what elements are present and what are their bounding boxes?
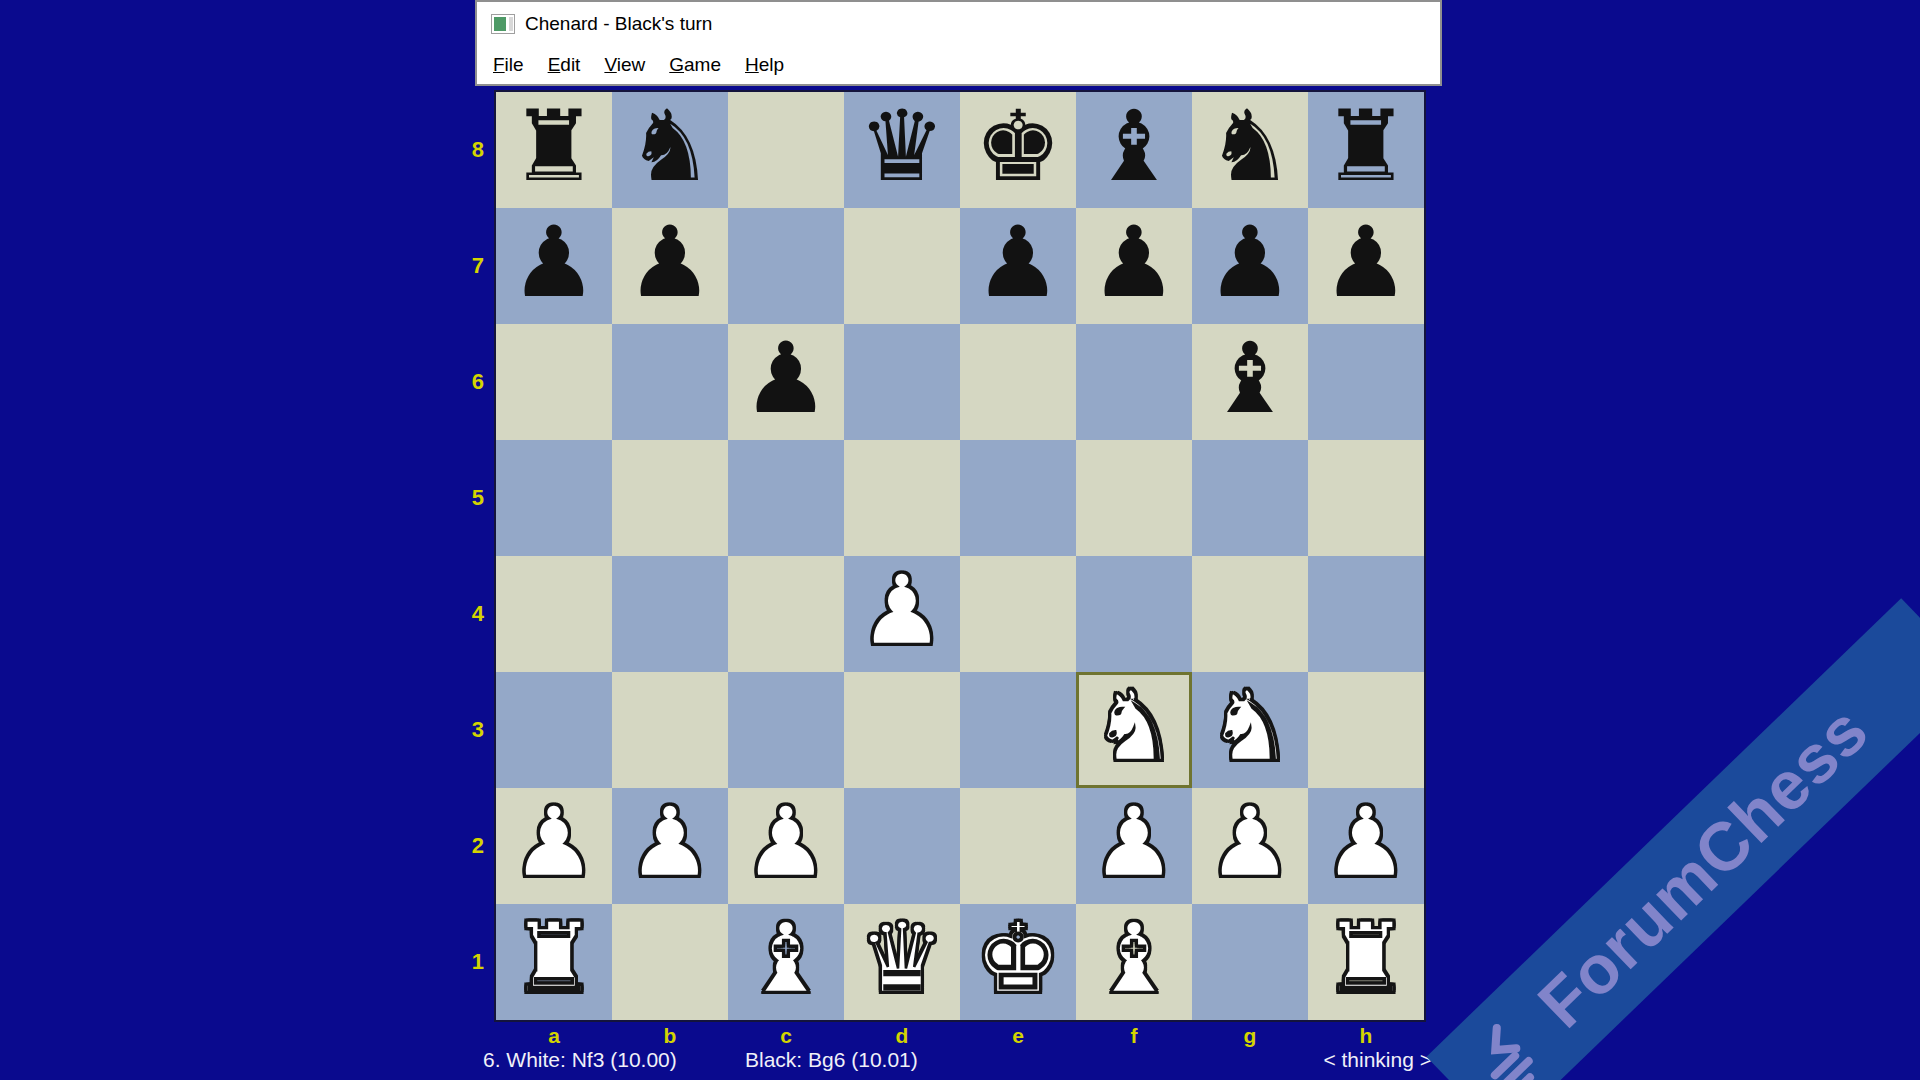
menu-bar: FileEditViewGameHelp [477, 46, 1440, 84]
black-pawn: ♟ [626, 204, 714, 320]
square-a3[interactable] [496, 672, 612, 788]
black-knight: ♞ [1206, 88, 1294, 204]
square-e4[interactable] [960, 556, 1076, 672]
black-pawn: ♟ [1322, 204, 1410, 320]
black-pawn: ♟ [1206, 204, 1294, 320]
white-bishop: ♝ [1090, 900, 1178, 1016]
square-a7[interactable]: ♟ [496, 208, 612, 324]
square-h1[interactable]: ♜ [1308, 904, 1424, 1020]
white-knight: ♞ [1206, 668, 1294, 784]
black-pawn: ♟ [1090, 204, 1178, 320]
black-bishop: ♝ [1090, 88, 1178, 204]
square-f8[interactable]: ♝ [1076, 92, 1192, 208]
square-d6[interactable] [844, 324, 960, 440]
square-e2[interactable] [960, 788, 1076, 904]
file-labels: abcdefgh [496, 1024, 1424, 1048]
white-pawn: ♟ [510, 784, 598, 900]
square-h7[interactable]: ♟ [1308, 208, 1424, 324]
file-label-h: h [1308, 1024, 1424, 1048]
square-f3[interactable]: ♞ [1076, 672, 1192, 788]
black-pawn: ♟ [510, 204, 598, 320]
square-e3[interactable] [960, 672, 1076, 788]
square-b3[interactable] [612, 672, 728, 788]
square-c8[interactable] [728, 92, 844, 208]
square-a4[interactable] [496, 556, 612, 672]
square-d5[interactable] [844, 440, 960, 556]
square-b8[interactable]: ♞ [612, 92, 728, 208]
square-b1[interactable] [612, 904, 728, 1020]
square-f5[interactable] [1076, 440, 1192, 556]
square-h2[interactable]: ♟ [1308, 788, 1424, 904]
white-queen: ♛ [858, 900, 946, 1016]
square-e8[interactable]: ♚ [960, 92, 1076, 208]
black-rook: ♜ [1322, 88, 1410, 204]
square-d7[interactable] [844, 208, 960, 324]
black-rook: ♜ [510, 88, 598, 204]
square-g2[interactable]: ♟ [1192, 788, 1308, 904]
square-h8[interactable]: ♜ [1308, 92, 1424, 208]
white-rook: ♜ [1322, 900, 1410, 1016]
status-black-move: Black: Bg6 (10.01) [745, 1048, 918, 1072]
square-a8[interactable]: ♜ [496, 92, 612, 208]
square-c4[interactable] [728, 556, 844, 672]
square-c5[interactable] [728, 440, 844, 556]
white-pawn: ♟ [858, 552, 946, 668]
rank-label-1: 1 [462, 904, 490, 1020]
rank-label-6: 6 [462, 324, 490, 440]
file-label-e: e [960, 1024, 1076, 1048]
square-d4[interactable]: ♟ [844, 556, 960, 672]
square-g1[interactable] [1192, 904, 1308, 1020]
square-f2[interactable]: ♟ [1076, 788, 1192, 904]
square-a2[interactable]: ♟ [496, 788, 612, 904]
square-g8[interactable]: ♞ [1192, 92, 1308, 208]
white-knight: ♞ [1090, 668, 1178, 784]
file-label-d: d [844, 1024, 960, 1048]
black-pawn: ♟ [742, 320, 830, 436]
title-bar[interactable]: Chenard - Black's turn [477, 2, 1440, 46]
square-h4[interactable] [1308, 556, 1424, 672]
watermark-banner: ForumChess [1426, 598, 1920, 1080]
chess-board: ♜♞♛♚♝♞♜♟♟♟♟♟♟♟♝♟♞♞♟♟♟♟♟♟♜♝♛♚♝♜ [494, 90, 1426, 1022]
square-a5[interactable] [496, 440, 612, 556]
square-d1[interactable]: ♛ [844, 904, 960, 1020]
file-label-g: g [1192, 1024, 1308, 1048]
white-pawn: ♟ [626, 784, 714, 900]
square-d3[interactable] [844, 672, 960, 788]
square-e5[interactable] [960, 440, 1076, 556]
app-icon [491, 14, 515, 34]
square-g7[interactable]: ♟ [1192, 208, 1308, 324]
window-title: Chenard - Black's turn [525, 13, 712, 35]
square-a6[interactable] [496, 324, 612, 440]
white-pawn: ♟ [1090, 784, 1178, 900]
status-engine-thinking: < thinking > [1323, 1048, 1432, 1072]
white-pawn: ♟ [1206, 784, 1294, 900]
status-bar: 6. White: Nf3 (10.00) Black: Bg6 (10.01)… [0, 1048, 1920, 1076]
black-queen: ♛ [858, 88, 946, 204]
menu-view[interactable]: View [592, 54, 657, 76]
rank-label-2: 2 [462, 788, 490, 904]
square-a1[interactable]: ♜ [496, 904, 612, 1020]
rank-label-4: 4 [462, 556, 490, 672]
square-h3[interactable] [1308, 672, 1424, 788]
square-d2[interactable] [844, 788, 960, 904]
square-e7[interactable]: ♟ [960, 208, 1076, 324]
square-g6[interactable]: ♝ [1192, 324, 1308, 440]
black-pawn: ♟ [974, 204, 1062, 320]
menu-help[interactable]: Help [733, 54, 796, 76]
white-bishop: ♝ [742, 900, 830, 1016]
square-b4[interactable] [612, 556, 728, 672]
black-knight: ♞ [626, 88, 714, 204]
square-b5[interactable] [612, 440, 728, 556]
square-c1[interactable]: ♝ [728, 904, 844, 1020]
rank-label-5: 5 [462, 440, 490, 556]
square-h6[interactable] [1308, 324, 1424, 440]
square-c3[interactable] [728, 672, 844, 788]
menu-game[interactable]: Game [657, 54, 733, 76]
file-label-f: f [1076, 1024, 1192, 1048]
menu-edit[interactable]: Edit [536, 54, 593, 76]
square-e6[interactable] [960, 324, 1076, 440]
square-c2[interactable]: ♟ [728, 788, 844, 904]
square-d8[interactable]: ♛ [844, 92, 960, 208]
rank-labels: 87654321 [462, 92, 490, 1020]
square-e1[interactable]: ♚ [960, 904, 1076, 1020]
square-f1[interactable]: ♝ [1076, 904, 1192, 1020]
white-pawn: ♟ [742, 784, 830, 900]
watermark-text: ForumChess [1522, 691, 1882, 1043]
menu-file[interactable]: File [481, 54, 536, 76]
black-bishop: ♝ [1206, 320, 1294, 436]
square-c7[interactable] [728, 208, 844, 324]
file-label-b: b [612, 1024, 728, 1048]
file-label-c: c [728, 1024, 844, 1048]
square-b7[interactable]: ♟ [612, 208, 728, 324]
file-label-a: a [496, 1024, 612, 1048]
square-f7[interactable]: ♟ [1076, 208, 1192, 324]
square-g4[interactable] [1192, 556, 1308, 672]
chenard-window: Chenard - Black's turn FileEditViewGameH… [475, 0, 1442, 86]
white-king: ♚ [974, 900, 1062, 1016]
white-pawn: ♟ [1322, 784, 1410, 900]
square-c6[interactable]: ♟ [728, 324, 844, 440]
square-b6[interactable] [612, 324, 728, 440]
white-rook: ♜ [510, 900, 598, 1016]
black-king: ♚ [974, 88, 1062, 204]
square-b2[interactable]: ♟ [612, 788, 728, 904]
square-g3[interactable]: ♞ [1192, 672, 1308, 788]
square-f6[interactable] [1076, 324, 1192, 440]
rank-label-7: 7 [462, 208, 490, 324]
status-white-move: 6. White: Nf3 (10.00) [483, 1048, 677, 1072]
square-h5[interactable] [1308, 440, 1424, 556]
square-f4[interactable] [1076, 556, 1192, 672]
square-g5[interactable] [1192, 440, 1308, 556]
rank-label-8: 8 [462, 92, 490, 208]
rank-label-3: 3 [462, 672, 490, 788]
